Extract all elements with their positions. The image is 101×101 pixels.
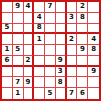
cell-r6c4[interactable]: [34, 56, 45, 67]
given-r1c3[interactable]: 4: [24, 2, 35, 13]
cell-r8c7[interactable]: [67, 77, 78, 88]
cell-r2c9[interactable]: [88, 13, 99, 24]
given-r1c8[interactable]: 2: [77, 2, 88, 13]
cell-r1c1[interactable]: [2, 2, 13, 13]
cell-r9c3[interactable]: [24, 88, 35, 99]
given-r6c1[interactable]: 6: [2, 56, 13, 67]
cell-r5c6[interactable]: [56, 45, 67, 56]
cell-r6c5[interactable]: [45, 56, 56, 67]
given-r6c3[interactable]: 2: [24, 56, 35, 67]
given-r4c9[interactable]: 4: [88, 34, 99, 45]
given-r8c3[interactable]: 9: [24, 77, 35, 88]
given-r2c8[interactable]: 8: [77, 13, 88, 24]
given-r6c6[interactable]: 9: [56, 56, 67, 67]
cell-r7c7[interactable]: [67, 67, 78, 78]
cell-r2c2[interactable]: [13, 13, 24, 24]
cell-r7c3[interactable]: [24, 67, 35, 78]
given-r9c8[interactable]: 6: [77, 88, 88, 99]
given-r7c6[interactable]: 3: [56, 67, 67, 78]
cell-r3c7[interactable]: [67, 24, 78, 35]
given-r9c2[interactable]: 1: [13, 88, 24, 99]
cell-r3c5[interactable]: [45, 24, 56, 35]
cell-r9c9[interactable]: [88, 88, 99, 99]
given-r5c8[interactable]: 9: [77, 45, 88, 56]
given-r5c2[interactable]: 5: [13, 45, 24, 56]
cell-r4c3[interactable]: [24, 34, 35, 45]
cell-r7c5[interactable]: [45, 67, 56, 78]
cell-r6c2[interactable]: [13, 56, 24, 67]
cell-r8c4[interactable]: [34, 77, 45, 88]
cell-r5c5[interactable]: [45, 45, 56, 56]
cell-r5c4[interactable]: [34, 45, 45, 56]
cell-r8c9[interactable]: [88, 77, 99, 88]
cell-r6c8[interactable]: [77, 56, 88, 67]
given-r5c1[interactable]: 1: [2, 45, 13, 56]
cell-r2c6[interactable]: [56, 13, 67, 24]
cell-r3c6[interactable]: [56, 24, 67, 35]
cell-r3c8[interactable]: [77, 24, 88, 35]
sudoku-puzzle: 9472438581241598629397981576: [0, 0, 101, 101]
cell-r2c5[interactable]: [45, 13, 56, 24]
given-r3c1[interactable]: 5: [2, 24, 13, 35]
cell-r8c1[interactable]: [2, 77, 13, 88]
given-r1c5[interactable]: 7: [45, 2, 56, 13]
cell-r6c9[interactable]: [88, 56, 99, 67]
cell-r1c9[interactable]: [88, 2, 99, 13]
sudoku-board: 9472438581241598629397981576: [0, 0, 101, 101]
given-r8c6[interactable]: 8: [56, 77, 67, 88]
given-r9c5[interactable]: 5: [45, 88, 56, 99]
cell-r2c3[interactable]: [24, 13, 35, 24]
given-r5c9[interactable]: 8: [88, 45, 99, 56]
given-r7c9[interactable]: 9: [88, 67, 99, 78]
cell-r7c4[interactable]: [34, 67, 45, 78]
cell-r6c7[interactable]: [67, 56, 78, 67]
cell-r8c5[interactable]: [45, 77, 56, 88]
cell-r3c9[interactable]: [88, 24, 99, 35]
cell-r4c6[interactable]: [56, 34, 67, 45]
given-r2c4[interactable]: 4: [34, 13, 45, 24]
cell-r9c1[interactable]: [2, 88, 13, 99]
cell-r9c6[interactable]: [56, 88, 67, 99]
cell-r3c2[interactable]: [13, 24, 24, 35]
cell-r1c4[interactable]: [34, 2, 45, 13]
given-r4c7[interactable]: 2: [67, 34, 78, 45]
cell-r4c1[interactable]: [2, 34, 13, 45]
cell-r1c6[interactable]: [56, 2, 67, 13]
cell-r7c1[interactable]: [2, 67, 13, 78]
cell-r5c7[interactable]: [67, 45, 78, 56]
given-r8c2[interactable]: 7: [13, 77, 24, 88]
cell-r8c8[interactable]: [77, 77, 88, 88]
cell-r4c8[interactable]: [77, 34, 88, 45]
cell-r9c4[interactable]: [34, 88, 45, 99]
cell-r4c2[interactable]: [13, 34, 24, 45]
cell-r5c3[interactable]: [24, 45, 35, 56]
cell-r2c1[interactable]: [2, 13, 13, 24]
cell-r3c3[interactable]: [24, 24, 35, 35]
given-r4c4[interactable]: 1: [34, 34, 45, 45]
given-r9c7[interactable]: 7: [67, 88, 78, 99]
cell-r7c2[interactable]: [13, 67, 24, 78]
cell-r1c7[interactable]: [67, 2, 78, 13]
given-r1c2[interactable]: 9: [13, 2, 24, 13]
cell-r4c5[interactable]: [45, 34, 56, 45]
given-r2c7[interactable]: 3: [67, 13, 78, 24]
cell-r7c8[interactable]: [77, 67, 88, 78]
given-r3c4[interactable]: 8: [34, 24, 45, 35]
